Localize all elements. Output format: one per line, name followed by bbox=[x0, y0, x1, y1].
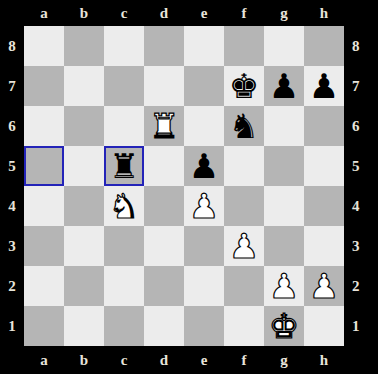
square-g4[interactable] bbox=[264, 186, 304, 226]
rank-label-right-6: 6 bbox=[344, 106, 378, 146]
piece-white-pawn-e4[interactable]: ♟ bbox=[189, 186, 219, 226]
square-g7[interactable]: ♟ bbox=[264, 66, 304, 106]
square-h6[interactable] bbox=[304, 106, 344, 146]
square-g6[interactable] bbox=[264, 106, 304, 146]
piece-white-knight-c4[interactable]: ♞ bbox=[109, 186, 139, 226]
square-h8[interactable] bbox=[304, 26, 344, 66]
chess-board: ♚♟♟♜♞♜♟♞♟♟♟♟♚ bbox=[24, 26, 344, 346]
square-d3[interactable] bbox=[144, 226, 184, 266]
square-a3[interactable] bbox=[24, 226, 64, 266]
rank-label-right-8: 8 bbox=[344, 26, 378, 66]
piece-white-king-g1[interactable]: ♚ bbox=[269, 306, 299, 346]
rank-label-right-5: 5 bbox=[344, 146, 378, 186]
square-f4[interactable] bbox=[224, 186, 264, 226]
square-d1[interactable] bbox=[144, 306, 184, 346]
square-b1[interactable] bbox=[64, 306, 104, 346]
chess-app: abcdefgh 87654321 ♚♟♟♜♞♜♟♞♟♟♟♟♚ 87654321… bbox=[0, 0, 378, 374]
file-label-top-d: d bbox=[144, 0, 184, 26]
square-e6[interactable] bbox=[184, 106, 224, 146]
square-b6[interactable] bbox=[64, 106, 104, 146]
square-g3[interactable] bbox=[264, 226, 304, 266]
square-g5[interactable] bbox=[264, 146, 304, 186]
file-label-bottom-f: f bbox=[224, 346, 264, 374]
square-h3[interactable] bbox=[304, 226, 344, 266]
square-e8[interactable] bbox=[184, 26, 224, 66]
square-g8[interactable] bbox=[264, 26, 304, 66]
square-b4[interactable] bbox=[64, 186, 104, 226]
file-label-top-b: b bbox=[64, 0, 104, 26]
file-labels-top: abcdefgh bbox=[24, 0, 344, 26]
square-c6[interactable] bbox=[104, 106, 144, 146]
square-h1[interactable] bbox=[304, 306, 344, 346]
piece-black-pawn-g7[interactable]: ♟ bbox=[269, 66, 299, 106]
square-h4[interactable] bbox=[304, 186, 344, 226]
square-f2[interactable] bbox=[224, 266, 264, 306]
rank-label-left-3: 3 bbox=[0, 226, 24, 266]
square-f6[interactable]: ♞ bbox=[224, 106, 264, 146]
piece-black-pawn-h7[interactable]: ♟ bbox=[309, 66, 339, 106]
file-label-top-c: c bbox=[104, 0, 144, 26]
square-d4[interactable] bbox=[144, 186, 184, 226]
square-a2[interactable] bbox=[24, 266, 64, 306]
rank-labels-left: 87654321 bbox=[0, 26, 24, 346]
file-label-top-h: h bbox=[304, 0, 344, 26]
square-h7[interactable]: ♟ bbox=[304, 66, 344, 106]
square-c4[interactable]: ♞ bbox=[104, 186, 144, 226]
square-c7[interactable] bbox=[104, 66, 144, 106]
square-d8[interactable] bbox=[144, 26, 184, 66]
square-f5[interactable] bbox=[224, 146, 264, 186]
square-c1[interactable] bbox=[104, 306, 144, 346]
rank-label-right-1: 1 bbox=[344, 306, 378, 346]
square-e7[interactable] bbox=[184, 66, 224, 106]
square-h2[interactable]: ♟ bbox=[304, 266, 344, 306]
square-e5[interactable]: ♟ bbox=[184, 146, 224, 186]
square-d5[interactable] bbox=[144, 146, 184, 186]
square-b5[interactable] bbox=[64, 146, 104, 186]
piece-black-knight-f6[interactable]: ♞ bbox=[229, 106, 259, 146]
file-labels-bottom: abcdefgh bbox=[24, 346, 344, 374]
file-label-top-f: f bbox=[224, 0, 264, 26]
square-a1[interactable] bbox=[24, 306, 64, 346]
square-a6[interactable] bbox=[24, 106, 64, 146]
square-b2[interactable] bbox=[64, 266, 104, 306]
square-c8[interactable] bbox=[104, 26, 144, 66]
square-h5[interactable] bbox=[304, 146, 344, 186]
square-f1[interactable] bbox=[224, 306, 264, 346]
square-c3[interactable] bbox=[104, 226, 144, 266]
square-g1[interactable]: ♚ bbox=[264, 306, 304, 346]
rank-label-right-2: 2 bbox=[344, 266, 378, 306]
square-e4[interactable]: ♟ bbox=[184, 186, 224, 226]
square-e3[interactable] bbox=[184, 226, 224, 266]
rank-label-right-3: 3 bbox=[344, 226, 378, 266]
file-label-bottom-h: h bbox=[304, 346, 344, 374]
piece-black-pawn-e5[interactable]: ♟ bbox=[189, 146, 219, 186]
rank-label-left-5: 5 bbox=[0, 146, 24, 186]
square-b8[interactable] bbox=[64, 26, 104, 66]
square-e1[interactable] bbox=[184, 306, 224, 346]
square-a4[interactable] bbox=[24, 186, 64, 226]
file-label-bottom-a: a bbox=[24, 346, 64, 374]
piece-white-pawn-h2[interactable]: ♟ bbox=[309, 266, 339, 306]
square-d6[interactable]: ♜ bbox=[144, 106, 184, 146]
rank-label-left-6: 6 bbox=[0, 106, 24, 146]
piece-black-king-f7[interactable]: ♚ bbox=[229, 66, 259, 106]
square-e2[interactable] bbox=[184, 266, 224, 306]
square-f3[interactable]: ♟ bbox=[224, 226, 264, 266]
file-label-bottom-d: d bbox=[144, 346, 184, 374]
piece-white-pawn-f3[interactable]: ♟ bbox=[229, 226, 259, 266]
file-label-bottom-e: e bbox=[184, 346, 224, 374]
rank-label-left-1: 1 bbox=[0, 306, 24, 346]
file-label-top-e: e bbox=[184, 0, 224, 26]
square-d2[interactable] bbox=[144, 266, 184, 306]
rank-label-left-4: 4 bbox=[0, 186, 24, 226]
square-a5[interactable] bbox=[24, 146, 64, 186]
rank-label-left-2: 2 bbox=[0, 266, 24, 306]
square-b7[interactable] bbox=[64, 66, 104, 106]
file-label-bottom-b: b bbox=[64, 346, 104, 374]
square-g2[interactable]: ♟ bbox=[264, 266, 304, 306]
square-d7[interactable] bbox=[144, 66, 184, 106]
piece-black-rook-c5[interactable]: ♜ bbox=[109, 146, 139, 186]
square-b3[interactable] bbox=[64, 226, 104, 266]
square-f8[interactable] bbox=[224, 26, 264, 66]
square-a7[interactable] bbox=[24, 66, 64, 106]
square-c5[interactable]: ♜ bbox=[104, 146, 144, 186]
piece-white-pawn-g2[interactable]: ♟ bbox=[269, 266, 299, 306]
square-c2[interactable] bbox=[104, 266, 144, 306]
file-label-top-a: a bbox=[24, 0, 64, 26]
file-label-top-g: g bbox=[264, 0, 304, 26]
square-f7[interactable]: ♚ bbox=[224, 66, 264, 106]
square-a8[interactable] bbox=[24, 26, 64, 66]
rank-label-right-7: 7 bbox=[344, 66, 378, 106]
file-label-bottom-g: g bbox=[264, 346, 304, 374]
rank-label-left-8: 8 bbox=[0, 26, 24, 66]
rank-labels-right: 87654321 bbox=[344, 26, 378, 346]
file-label-bottom-c: c bbox=[104, 346, 144, 374]
piece-white-rook-d6[interactable]: ♜ bbox=[149, 106, 179, 146]
rank-label-left-7: 7 bbox=[0, 66, 24, 106]
rank-label-right-4: 4 bbox=[344, 186, 378, 226]
